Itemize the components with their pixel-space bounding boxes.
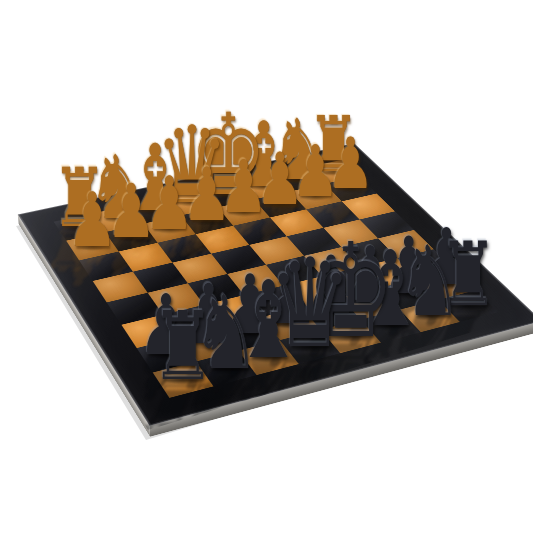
chess-set-photo: ♜♞♝♛♚♝♞♜♟♟♟♟♟♟♟♟♟♟♟♟♟♟♟♟♜♞♝♛♚♝♞♜ ♜♞♝♛♚♝♞… xyxy=(0,0,533,533)
chess-board xyxy=(18,143,533,425)
squares-grid xyxy=(54,160,499,398)
